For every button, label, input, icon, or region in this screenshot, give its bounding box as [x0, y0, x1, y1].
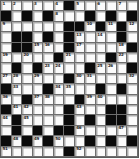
clue-number: 40: [97, 95, 102, 99]
white-cell[interactable]: 20: [22, 53, 33, 63]
black-cell: [106, 115, 117, 125]
white-cell[interactable]: [106, 32, 117, 42]
white-cell[interactable]: [127, 53, 138, 63]
clue-number: 11: [108, 22, 113, 26]
white-cell[interactable]: [64, 95, 75, 105]
white-cell[interactable]: [54, 105, 65, 115]
clue-number: 6: [97, 2, 99, 6]
white-cell[interactable]: 44: [1, 115, 12, 125]
white-cell[interactable]: [96, 53, 107, 63]
white-cell[interactable]: [96, 74, 107, 84]
white-cell[interactable]: 5: [75, 1, 86, 11]
white-cell[interactable]: [54, 147, 65, 157]
white-cell[interactable]: 48: [12, 136, 23, 146]
clue-number: 31: [87, 74, 92, 78]
clue-number: 24: [55, 64, 60, 68]
white-cell[interactable]: 36: [1, 95, 12, 105]
white-cell[interactable]: 29: [33, 74, 44, 84]
white-cell[interactable]: 2: [12, 1, 23, 11]
clue-number: 52: [76, 147, 81, 151]
black-cell: [96, 22, 107, 32]
clue-number: 48: [13, 137, 18, 141]
white-cell[interactable]: [106, 84, 117, 94]
white-cell[interactable]: 43: [75, 105, 86, 115]
white-cell[interactable]: [96, 136, 107, 146]
clue-number: 22: [118, 53, 123, 57]
clue-number: 32: [129, 74, 134, 78]
white-cell[interactable]: [85, 126, 96, 136]
white-cell[interactable]: [54, 43, 65, 53]
black-cell: [54, 126, 65, 136]
black-cell: [85, 136, 96, 146]
black-cell: [106, 136, 117, 146]
clue-number: 23: [45, 64, 50, 68]
white-cell[interactable]: 19: [1, 53, 12, 63]
black-cell: [117, 84, 128, 94]
white-cell[interactable]: [1, 43, 12, 53]
black-cell: [75, 22, 86, 32]
white-cell[interactable]: [117, 11, 128, 21]
black-cell: [12, 126, 23, 136]
clue-number: 44: [3, 116, 8, 120]
white-cell[interactable]: 4: [54, 1, 65, 11]
white-cell[interactable]: [12, 22, 23, 32]
white-cell[interactable]: 28: [12, 74, 23, 84]
white-cell[interactable]: 11: [106, 22, 117, 32]
white-cell[interactable]: [96, 126, 107, 136]
clue-number: 28: [13, 74, 18, 78]
white-cell[interactable]: [96, 105, 107, 115]
clue-number: 10: [87, 22, 92, 26]
clue-number: 9: [3, 22, 5, 26]
clue-number: 33: [13, 85, 18, 89]
black-cell: [64, 22, 75, 32]
white-cell[interactable]: 10: [85, 22, 96, 32]
black-cell: [12, 115, 23, 125]
white-cell[interactable]: [33, 53, 44, 63]
white-cell[interactable]: 33: [12, 84, 23, 94]
black-cell: [1, 105, 12, 115]
white-cell[interactable]: 24: [54, 63, 65, 73]
white-cell[interactable]: [96, 43, 107, 53]
black-cell: [117, 115, 128, 125]
white-cell[interactable]: [117, 74, 128, 84]
clue-number: 2: [13, 2, 15, 6]
black-cell: [64, 147, 75, 157]
white-cell[interactable]: 41: [12, 105, 23, 115]
white-cell[interactable]: [33, 105, 44, 115]
black-cell: [85, 11, 96, 21]
clue-number: 26: [108, 64, 113, 68]
white-cell[interactable]: 3: [33, 1, 44, 11]
white-cell[interactable]: [96, 115, 107, 125]
clue-number: 25: [97, 64, 102, 68]
black-cell: [75, 95, 86, 105]
white-cell[interactable]: [127, 1, 138, 11]
white-cell[interactable]: 30: [75, 74, 86, 84]
white-cell[interactable]: [117, 63, 128, 73]
white-cell[interactable]: 22: [117, 53, 128, 63]
white-cell[interactable]: [54, 95, 65, 105]
black-cell: [64, 115, 75, 125]
white-cell[interactable]: [106, 43, 117, 53]
clue-number: 20: [24, 53, 29, 57]
clue-number: 43: [76, 105, 81, 109]
white-cell[interactable]: 31: [85, 74, 96, 84]
white-cell[interactable]: [33, 147, 44, 157]
white-cell[interactable]: [117, 136, 128, 146]
black-cell: [117, 105, 128, 115]
clue-number: 46: [76, 126, 81, 130]
clue-number: 35: [66, 85, 71, 89]
white-cell[interactable]: 50: [54, 136, 65, 146]
white-cell[interactable]: [75, 11, 86, 21]
white-cell[interactable]: [33, 84, 44, 94]
white-cell[interactable]: [75, 53, 86, 63]
black-cell: [12, 32, 23, 42]
white-cell[interactable]: [64, 63, 75, 73]
clue-number: 5: [76, 2, 78, 6]
white-cell[interactable]: [22, 147, 33, 157]
white-cell[interactable]: [127, 115, 138, 125]
clue-number: 47: [118, 126, 123, 130]
clue-number: 45: [24, 116, 29, 120]
black-cell: [22, 11, 33, 21]
white-cell[interactable]: [12, 11, 23, 21]
white-cell[interactable]: [54, 74, 65, 84]
white-cell[interactable]: [54, 115, 65, 125]
white-cell[interactable]: 47: [117, 126, 128, 136]
white-cell[interactable]: [127, 147, 138, 157]
clue-number: 30: [76, 74, 81, 78]
clue-number: 27: [3, 74, 8, 78]
white-cell[interactable]: [85, 105, 96, 115]
black-cell: [43, 11, 54, 21]
white-cell[interactable]: [106, 147, 117, 157]
black-cell: [33, 126, 44, 136]
black-cell: [106, 105, 117, 115]
white-cell[interactable]: [33, 11, 44, 21]
white-cell[interactable]: [117, 147, 128, 157]
crossword-grid: 1234567891011121314151617181920212223242…: [0, 0, 139, 158]
clue-number: 29: [34, 74, 39, 78]
black-cell: [12, 63, 23, 73]
black-cell: [127, 136, 138, 146]
white-cell[interactable]: 34: [54, 84, 65, 94]
white-cell[interactable]: [33, 22, 44, 32]
white-cell[interactable]: 13: [75, 32, 86, 42]
white-cell[interactable]: [12, 53, 23, 63]
white-cell[interactable]: [33, 32, 44, 42]
clue-number: 42: [24, 105, 29, 109]
white-cell[interactable]: [117, 95, 128, 105]
white-cell[interactable]: 49: [33, 136, 44, 146]
clue-number: 14: [97, 33, 102, 37]
white-cell[interactable]: [127, 95, 138, 105]
white-cell[interactable]: 8: [54, 11, 65, 21]
clue-number: 50: [55, 137, 60, 141]
white-cell[interactable]: 6: [96, 1, 107, 11]
white-cell[interactable]: 15: [33, 43, 44, 53]
white-cell[interactable]: 14: [96, 32, 107, 42]
black-cell: [96, 84, 107, 94]
black-cell: [22, 136, 33, 146]
white-cell[interactable]: 40: [96, 95, 107, 105]
black-cell: [106, 53, 117, 63]
black-cell: [127, 11, 138, 21]
black-cell: [43, 32, 54, 42]
white-cell[interactable]: [96, 147, 107, 157]
black-cell: [64, 74, 75, 84]
white-cell[interactable]: [43, 22, 54, 32]
clue-number: 49: [34, 137, 39, 141]
white-cell[interactable]: [75, 136, 86, 146]
black-cell: [12, 43, 23, 53]
clue-number: 13: [76, 33, 81, 37]
white-cell[interactable]: [96, 11, 107, 21]
white-cell[interactable]: [127, 32, 138, 42]
white-cell[interactable]: 16: [43, 43, 54, 53]
black-cell: [85, 115, 96, 125]
white-cell[interactable]: [75, 84, 86, 94]
clue-number: 17: [76, 43, 81, 47]
clue-number: 3: [34, 2, 36, 6]
white-cell[interactable]: 9: [1, 22, 12, 32]
white-cell[interactable]: [106, 126, 117, 136]
white-cell[interactable]: [22, 74, 33, 84]
white-cell[interactable]: [12, 95, 23, 105]
white-cell[interactable]: 52: [75, 147, 86, 157]
clue-number: 16: [45, 43, 50, 47]
black-cell: [64, 126, 75, 136]
clue-number: 39: [87, 95, 92, 99]
clue-number: 41: [13, 105, 18, 109]
black-cell: [64, 105, 75, 115]
black-cell: [43, 136, 54, 146]
white-cell[interactable]: [106, 1, 117, 11]
white-cell[interactable]: [22, 63, 33, 73]
black-cell: [1, 136, 12, 146]
black-cell: [1, 84, 12, 94]
white-cell[interactable]: 18: [117, 43, 128, 53]
white-cell[interactable]: [22, 126, 33, 136]
white-cell[interactable]: 39: [85, 95, 96, 105]
white-cell[interactable]: 26: [106, 63, 117, 73]
black-cell: [117, 22, 128, 32]
black-cell: [33, 63, 44, 73]
clue-number: 37: [34, 95, 39, 99]
white-cell[interactable]: [64, 11, 75, 21]
white-cell[interactable]: 12: [127, 22, 138, 32]
white-cell[interactable]: [75, 63, 86, 73]
black-cell: [127, 43, 138, 53]
white-cell[interactable]: 1: [1, 1, 12, 11]
white-cell[interactable]: [43, 126, 54, 136]
white-cell[interactable]: [127, 105, 138, 115]
white-cell[interactable]: [85, 32, 96, 42]
white-cell[interactable]: 17: [75, 43, 86, 53]
white-cell[interactable]: [106, 74, 117, 84]
white-cell[interactable]: [85, 53, 96, 63]
clue-number: 51: [3, 147, 8, 151]
white-cell[interactable]: 45: [22, 115, 33, 125]
white-cell[interactable]: [54, 22, 65, 32]
white-cell[interactable]: [22, 84, 33, 94]
clue-number: 8: [55, 12, 57, 16]
white-cell[interactable]: 23: [43, 63, 54, 73]
white-cell[interactable]: 38: [43, 95, 54, 105]
white-cell[interactable]: [85, 1, 96, 11]
white-cell[interactable]: [22, 1, 33, 11]
white-cell[interactable]: 51: [1, 147, 12, 157]
white-cell[interactable]: [127, 126, 138, 136]
white-cell[interactable]: [33, 115, 44, 125]
black-cell: [117, 32, 128, 42]
white-cell[interactable]: 35: [64, 84, 75, 94]
clue-number: 19: [3, 53, 8, 57]
black-cell: [1, 11, 12, 21]
white-cell[interactable]: 32: [127, 74, 138, 84]
black-cell: [64, 32, 75, 42]
black-cell: [64, 43, 75, 53]
clue-number: 18: [118, 43, 123, 47]
white-cell[interactable]: [127, 84, 138, 94]
black-cell: [22, 95, 33, 105]
white-cell[interactable]: 42: [22, 105, 33, 115]
white-cell[interactable]: [1, 126, 12, 136]
clue-number: 15: [34, 43, 39, 47]
white-cell[interactable]: [54, 32, 65, 42]
clue-number: 12: [129, 22, 134, 26]
clue-number: 4: [55, 2, 57, 6]
white-cell[interactable]: [43, 1, 54, 11]
white-cell[interactable]: 46: [75, 126, 86, 136]
white-cell[interactable]: 25: [96, 63, 107, 73]
black-cell: [54, 53, 65, 63]
white-cell[interactable]: 37: [33, 95, 44, 105]
black-cell: [43, 84, 54, 94]
black-cell: [22, 32, 33, 42]
white-cell[interactable]: [85, 147, 96, 157]
white-cell[interactable]: [1, 32, 12, 42]
white-cell[interactable]: [75, 115, 86, 125]
clue-number: 1: [3, 2, 5, 6]
clue-number: 34: [55, 85, 60, 89]
white-cell[interactable]: [43, 74, 54, 84]
white-cell[interactable]: [106, 95, 117, 105]
white-cell[interactable]: 27: [1, 74, 12, 84]
clue-number: 38: [45, 95, 50, 99]
white-cell[interactable]: 7: [117, 1, 128, 11]
white-cell[interactable]: [12, 147, 23, 157]
white-cell[interactable]: [43, 115, 54, 125]
white-cell[interactable]: [22, 22, 33, 32]
white-cell[interactable]: [85, 43, 96, 53]
white-cell[interactable]: [1, 63, 12, 73]
clue-number: 36: [3, 95, 8, 99]
white-cell[interactable]: [43, 53, 54, 63]
black-cell: [22, 43, 33, 53]
black-cell: [127, 63, 138, 73]
black-cell: [64, 1, 75, 11]
white-cell[interactable]: [43, 147, 54, 157]
white-cell[interactable]: [64, 136, 75, 146]
clue-number: 21: [66, 53, 71, 57]
white-cell[interactable]: [85, 84, 96, 94]
black-cell: [106, 11, 117, 21]
white-cell[interactable]: [43, 105, 54, 115]
clue-number: 7: [118, 2, 120, 6]
white-cell[interactable]: 21: [64, 53, 75, 63]
black-cell: [85, 63, 96, 73]
